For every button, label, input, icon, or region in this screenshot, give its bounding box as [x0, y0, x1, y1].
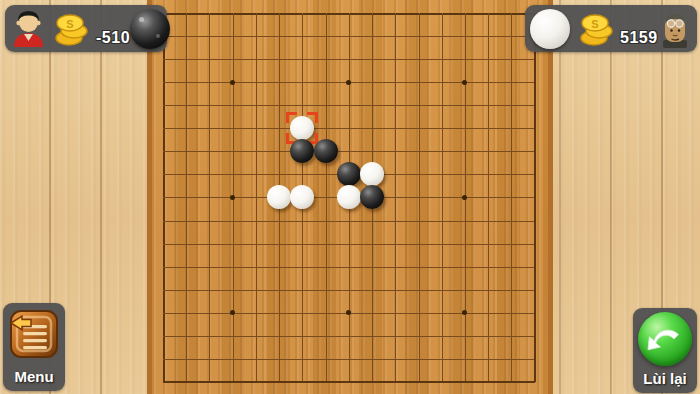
star-point — [230, 195, 235, 200]
undo-button-label: Lùi lại — [643, 370, 686, 387]
menu-list-icon — [9, 308, 59, 364]
game-screen: S -510 S 5159 — [0, 0, 700, 394]
white-stone — [337, 185, 361, 209]
grid-line-horizontal — [163, 290, 535, 291]
left-player-score: -510 — [96, 29, 130, 47]
grid-line-horizontal — [163, 359, 535, 360]
star-point — [230, 80, 235, 85]
star-point — [230, 310, 235, 315]
coins-icon: S — [578, 11, 616, 47]
right-player-panel: S 5159 — [525, 5, 697, 52]
grid-line-horizontal — [163, 381, 535, 383]
black-stone — [290, 139, 314, 163]
grid-line-horizontal — [163, 244, 535, 245]
grid-line-horizontal — [163, 267, 535, 268]
left-player-panel: S -510 — [5, 5, 167, 52]
black-stone — [314, 139, 338, 163]
star-point — [462, 80, 467, 85]
coins-icon: S — [53, 11, 91, 47]
menu-button-label: Menu — [14, 368, 53, 385]
white-stone — [267, 185, 291, 209]
grid-line-horizontal — [163, 221, 535, 222]
right-player-score: 5159 — [620, 29, 658, 47]
undo-arrow-icon — [638, 312, 692, 366]
grid-line-vertical — [442, 13, 443, 382]
black-stone — [360, 185, 384, 209]
svg-text:S: S — [66, 17, 73, 29]
white-stone — [360, 162, 384, 186]
game-board[interactable] — [163, 13, 535, 382]
white-stone — [290, 116, 314, 140]
grid-line-vertical — [419, 13, 420, 382]
white-stone-indicator — [530, 9, 570, 49]
star-point — [346, 80, 351, 85]
undo-button[interactable]: Lùi lại — [633, 308, 697, 393]
menu-button[interactable]: Menu — [3, 303, 65, 391]
grid-line-vertical — [395, 13, 396, 382]
grid-line-vertical — [511, 13, 512, 382]
black-stone-indicator — [130, 9, 170, 49]
person-avatar-icon — [10, 8, 47, 49]
black-stone — [337, 162, 361, 186]
white-stone — [290, 185, 314, 209]
svg-text:S: S — [591, 17, 598, 29]
old-man-avatar-icon — [660, 10, 690, 48]
star-point — [346, 310, 351, 315]
grid-line-vertical — [534, 13, 536, 382]
star-point — [462, 310, 467, 315]
grid-line-horizontal — [163, 336, 535, 337]
grid-line-vertical — [488, 13, 489, 382]
star-point — [462, 195, 467, 200]
